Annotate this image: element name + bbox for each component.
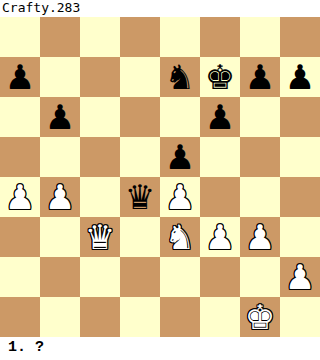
black-pawn-e5: ♟ [160,137,200,177]
square-c7[interactable] [80,57,120,97]
square-f6[interactable]: ♟ [200,97,240,137]
square-b2[interactable] [40,257,80,297]
square-c3[interactable]: ♛ [80,217,120,257]
square-f2[interactable] [200,257,240,297]
square-c2[interactable] [80,257,120,297]
square-g6[interactable] [240,97,280,137]
square-f1[interactable] [200,297,240,337]
square-h5[interactable] [280,137,320,177]
square-c4[interactable] [80,177,120,217]
black-queen-d4: ♛ [120,177,160,217]
black-pawn-h7: ♟ [280,57,320,97]
square-h7[interactable]: ♟ [280,57,320,97]
square-g5[interactable] [240,137,280,177]
square-c1[interactable] [80,297,120,337]
square-h2[interactable]: ♟ [280,257,320,297]
square-d7[interactable] [120,57,160,97]
square-b7[interactable] [40,57,80,97]
square-e4[interactable]: ♟ [160,177,200,217]
square-g3[interactable]: ♟ [240,217,280,257]
square-h6[interactable] [280,97,320,137]
square-d2[interactable] [120,257,160,297]
square-c6[interactable] [80,97,120,137]
square-e6[interactable] [160,97,200,137]
square-e7[interactable]: ♞ [160,57,200,97]
square-e5[interactable]: ♟ [160,137,200,177]
black-pawn-a7: ♟ [0,57,40,97]
black-pawn-b6: ♟ [40,97,80,137]
xboard-window: Crafty.283 ♟♞♚♟♟♟♟♟♟♟♛♟♛♞♟♟♟♚ 1. ? [0,0,320,360]
square-e2[interactable] [160,257,200,297]
square-a1[interactable] [0,297,40,337]
white-pawn-f3: ♟ [200,217,240,257]
white-pawn-e4: ♟ [160,177,200,217]
square-f5[interactable] [200,137,240,177]
square-c8[interactable] [80,17,120,57]
square-b1[interactable] [40,297,80,337]
white-pawn-b4: ♟ [40,177,80,217]
square-a3[interactable] [0,217,40,257]
square-e8[interactable] [160,17,200,57]
square-f7[interactable]: ♚ [200,57,240,97]
square-a8[interactable] [0,17,40,57]
move-prompt: 1. ? [0,337,320,360]
square-d5[interactable] [120,137,160,177]
square-h8[interactable] [280,17,320,57]
square-g7[interactable]: ♟ [240,57,280,97]
square-f8[interactable] [200,17,240,57]
square-g1[interactable]: ♚ [240,297,280,337]
square-f3[interactable]: ♟ [200,217,240,257]
white-queen-c3: ♛ [80,217,120,257]
chess-board: ♟♞♚♟♟♟♟♟♟♟♛♟♛♞♟♟♟♚ [0,17,320,337]
white-pawn-g3: ♟ [240,217,280,257]
square-b6[interactable]: ♟ [40,97,80,137]
square-h4[interactable] [280,177,320,217]
black-pawn-g7: ♟ [240,57,280,97]
square-b8[interactable] [40,17,80,57]
square-d3[interactable] [120,217,160,257]
square-d8[interactable] [120,17,160,57]
white-knight-e3: ♞ [160,217,200,257]
white-pawn-h2: ♟ [280,257,320,297]
square-e3[interactable]: ♞ [160,217,200,257]
black-king-f7: ♚ [200,57,240,97]
square-e1[interactable] [160,297,200,337]
square-b4[interactable]: ♟ [40,177,80,217]
square-g2[interactable] [240,257,280,297]
white-king-g1: ♚ [240,297,280,337]
square-d6[interactable] [120,97,160,137]
square-b5[interactable] [40,137,80,177]
black-knight-e7: ♞ [160,57,200,97]
square-h3[interactable] [280,217,320,257]
square-d4[interactable]: ♛ [120,177,160,217]
square-a6[interactable] [0,97,40,137]
square-g8[interactable] [240,17,280,57]
square-d1[interactable] [120,297,160,337]
square-a2[interactable] [0,257,40,297]
square-g4[interactable] [240,177,280,217]
square-f4[interactable] [200,177,240,217]
square-b3[interactable] [40,217,80,257]
square-a5[interactable] [0,137,40,177]
square-a4[interactable]: ♟ [0,177,40,217]
square-h1[interactable] [280,297,320,337]
black-pawn-f6: ♟ [200,97,240,137]
square-c5[interactable] [80,137,120,177]
window-title: Crafty.283 [0,0,320,17]
white-pawn-a4: ♟ [0,177,40,217]
square-a7[interactable]: ♟ [0,57,40,97]
